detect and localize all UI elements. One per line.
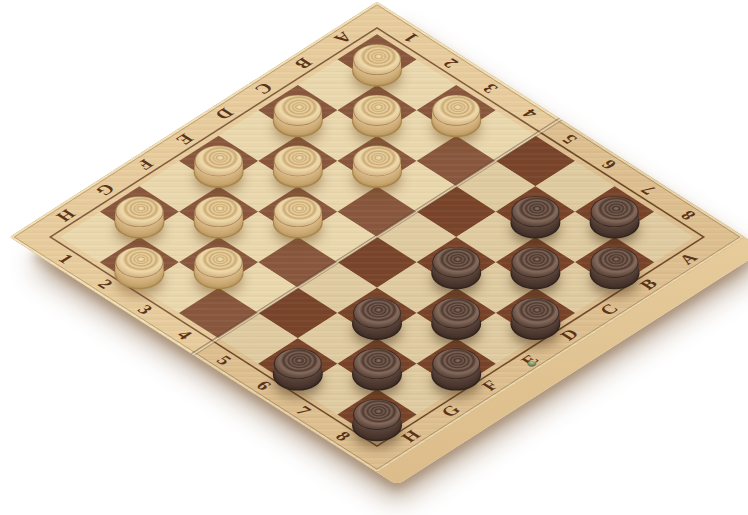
file-label-rank1-edge-g: G bbox=[87, 178, 124, 202]
rank-label-afile-edge-8: 8 bbox=[670, 204, 707, 228]
photo-stage: AA11BB22CC33DD44EE55FF66GG77HH88 bbox=[0, 0, 748, 515]
rank-label-afile-edge-6: 6 bbox=[591, 153, 628, 177]
rank-label-afile-edge-7: 7 bbox=[630, 178, 667, 202]
rank-label-hfile-edge-3: 3 bbox=[127, 298, 164, 322]
rank-label-afile-edge-2: 2 bbox=[432, 51, 469, 75]
file-label-rank1-edge-c: C bbox=[245, 77, 282, 101]
rank-label-hfile-edge-6: 6 bbox=[245, 374, 282, 398]
rank-label-afile-edge-1: 1 bbox=[393, 26, 430, 50]
rank-label-hfile-edge-7: 7 bbox=[285, 399, 322, 423]
rank-label-hfile-edge-4: 4 bbox=[166, 323, 203, 347]
rank-label-afile-edge-5: 5 bbox=[551, 127, 588, 151]
rank-label-hfile-edge-2: 2 bbox=[87, 272, 124, 296]
rank-label-hfile-edge-1: 1 bbox=[47, 247, 84, 271]
file-label-rank1-edge-h: H bbox=[47, 204, 84, 228]
rank-label-hfile-edge-8: 8 bbox=[325, 424, 362, 448]
rank-label-afile-edge-3: 3 bbox=[472, 77, 509, 101]
rank-label-hfile-edge-5: 5 bbox=[206, 348, 243, 372]
checkers-board: AA11BB22CC33DD44EE55FF66GG77HH88 bbox=[9, 2, 744, 473]
rank-label-afile-edge-4: 4 bbox=[511, 102, 548, 126]
